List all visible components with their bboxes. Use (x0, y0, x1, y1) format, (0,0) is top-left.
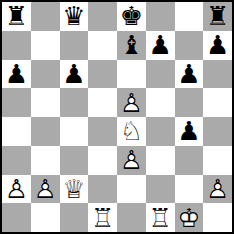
square-b4[interactable] (31, 117, 60, 146)
piece-outline-glyph: ♙ (117, 146, 146, 175)
square-b3[interactable] (31, 146, 60, 175)
piece-outline-glyph: ♖ (146, 203, 175, 232)
square-c2[interactable]: ♛♕ (60, 175, 89, 204)
square-g6[interactable]: ♟ (175, 60, 204, 89)
square-h3[interactable] (203, 146, 232, 175)
square-g1[interactable]: ♚♔ (175, 203, 204, 232)
square-b1[interactable] (31, 203, 60, 232)
square-d1[interactable]: ♜♖ (88, 203, 117, 232)
square-g3[interactable] (175, 146, 204, 175)
square-c4[interactable] (60, 117, 89, 146)
square-b2[interactable]: ♟♙ (31, 175, 60, 204)
square-a2[interactable]: ♟♙ (2, 175, 31, 204)
white-queen[interactable]: ♛♕ (60, 175, 89, 204)
piece-outline-glyph: ♙ (31, 175, 60, 204)
square-h2[interactable]: ♟♙ (203, 175, 232, 204)
black-queen[interactable]: ♛ (60, 2, 89, 31)
square-h4[interactable] (203, 117, 232, 146)
square-f5[interactable] (146, 88, 175, 117)
black-pawn[interactable]: ♟ (175, 117, 204, 146)
piece-outline-glyph: ♙ (203, 175, 232, 204)
white-pawn[interactable]: ♟♙ (31, 175, 60, 204)
white-pawn[interactable]: ♟♙ (2, 175, 31, 204)
square-f7[interactable]: ♟ (146, 31, 175, 60)
square-f6[interactable] (146, 60, 175, 89)
piece-outline-glyph: ♔ (175, 203, 204, 232)
chess-diagram: ♜♛♚♜♝♟♟♟♟♟♟♙♞♘♟♟♙♟♙♟♙♛♕♟♙♜♖♜♖♚♔ (0, 0, 234, 234)
square-e8[interactable]: ♚ (117, 2, 146, 31)
square-f3[interactable] (146, 146, 175, 175)
square-h7[interactable]: ♟ (203, 31, 232, 60)
square-e3[interactable]: ♟♙ (117, 146, 146, 175)
square-e2[interactable] (117, 175, 146, 204)
piece-outline-glyph: ♕ (60, 175, 89, 204)
square-f8[interactable] (146, 2, 175, 31)
square-a5[interactable] (2, 88, 31, 117)
square-a7[interactable] (2, 31, 31, 60)
white-pawn[interactable]: ♟♙ (117, 88, 146, 117)
square-a3[interactable] (2, 146, 31, 175)
square-f1[interactable]: ♜♖ (146, 203, 175, 232)
piece-outline-glyph: ♙ (117, 88, 146, 117)
square-d5[interactable] (88, 88, 117, 117)
square-f2[interactable] (146, 175, 175, 204)
black-pawn[interactable]: ♟ (146, 31, 175, 60)
square-b8[interactable] (31, 2, 60, 31)
white-rook[interactable]: ♜♖ (88, 203, 117, 232)
square-b7[interactable] (31, 31, 60, 60)
square-d4[interactable] (88, 117, 117, 146)
square-c6[interactable]: ♟ (60, 60, 89, 89)
black-pawn[interactable]: ♟ (60, 60, 89, 89)
square-d6[interactable] (88, 60, 117, 89)
white-pawn[interactable]: ♟♙ (117, 146, 146, 175)
black-bishop[interactable]: ♝ (117, 31, 146, 60)
square-d3[interactable] (88, 146, 117, 175)
square-e4[interactable]: ♞♘ (117, 117, 146, 146)
square-a4[interactable] (2, 117, 31, 146)
square-e5[interactable]: ♟♙ (117, 88, 146, 117)
square-e6[interactable] (117, 60, 146, 89)
square-c5[interactable] (60, 88, 89, 117)
black-pawn[interactable]: ♟ (2, 60, 31, 89)
square-e7[interactable]: ♝ (117, 31, 146, 60)
black-rook[interactable]: ♜ (203, 2, 232, 31)
piece-outline-glyph: ♘ (117, 117, 146, 146)
black-rook[interactable]: ♜ (2, 2, 31, 31)
white-knight[interactable]: ♞♘ (117, 117, 146, 146)
white-rook[interactable]: ♜♖ (146, 203, 175, 232)
square-h5[interactable] (203, 88, 232, 117)
square-g2[interactable] (175, 175, 204, 204)
square-c3[interactable] (60, 146, 89, 175)
square-b5[interactable] (31, 88, 60, 117)
square-b6[interactable] (31, 60, 60, 89)
piece-outline-glyph: ♖ (88, 203, 117, 232)
square-a6[interactable]: ♟ (2, 60, 31, 89)
black-pawn[interactable]: ♟ (175, 60, 204, 89)
square-d8[interactable] (88, 2, 117, 31)
square-e1[interactable] (117, 203, 146, 232)
chess-board: ♜♛♚♜♝♟♟♟♟♟♟♙♞♘♟♟♙♟♙♟♙♛♕♟♙♜♖♜♖♚♔ (0, 0, 234, 234)
square-c8[interactable]: ♛ (60, 2, 89, 31)
square-d7[interactable] (88, 31, 117, 60)
black-pawn[interactable]: ♟ (203, 31, 232, 60)
white-pawn[interactable]: ♟♙ (203, 175, 232, 204)
square-g5[interactable] (175, 88, 204, 117)
square-c1[interactable] (60, 203, 89, 232)
square-g8[interactable] (175, 2, 204, 31)
square-f4[interactable] (146, 117, 175, 146)
square-h8[interactable]: ♜ (203, 2, 232, 31)
piece-outline-glyph: ♙ (2, 175, 31, 204)
square-g7[interactable] (175, 31, 204, 60)
black-king[interactable]: ♚ (117, 2, 146, 31)
square-g4[interactable]: ♟ (175, 117, 204, 146)
square-d2[interactable] (88, 175, 117, 204)
white-king[interactable]: ♚♔ (175, 203, 204, 232)
square-c7[interactable] (60, 31, 89, 60)
square-a8[interactable]: ♜ (2, 2, 31, 31)
square-a1[interactable] (2, 203, 31, 232)
square-h1[interactable] (203, 203, 232, 232)
square-h6[interactable] (203, 60, 232, 89)
